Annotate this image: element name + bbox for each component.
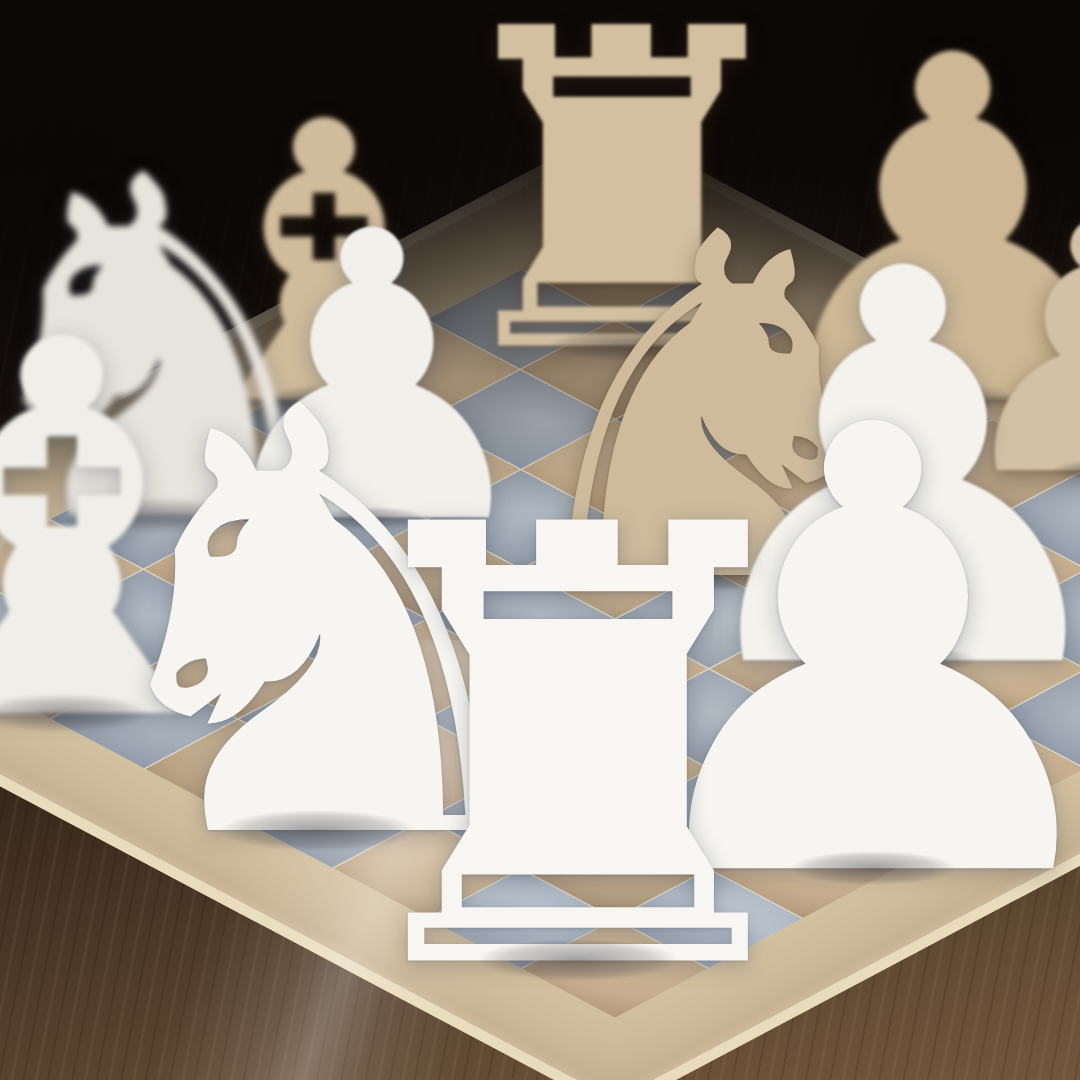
white-rook[interactable]: ♜ <box>307 449 848 1053</box>
piece-shadow <box>443 932 713 989</box>
pieces-layer: ♞♝♟♞♜♟♟♞♜♝♟♟ <box>0 0 1080 1080</box>
marble-chess-photo: ♞♝♟♞♜♟♟♞♜♝♟♟ <box>0 0 1080 1080</box>
